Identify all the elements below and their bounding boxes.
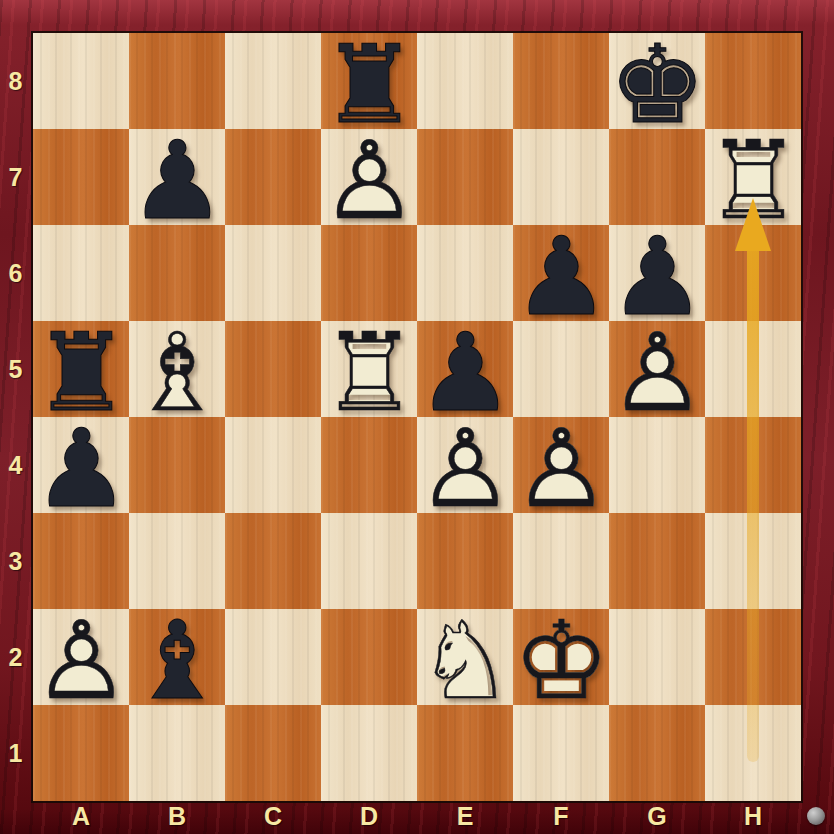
square-b5[interactable]: ♝♗ bbox=[129, 321, 225, 417]
square-b3[interactable] bbox=[129, 513, 225, 609]
rank-label-7: 7 bbox=[0, 129, 31, 225]
piece-black-pawn-b7[interactable]: ♟ bbox=[129, 129, 225, 225]
white-pawn-outline: ♙ bbox=[321, 129, 417, 225]
file-label-f: F bbox=[513, 801, 609, 832]
piece-white-bishop-b5[interactable]: ♝♗ bbox=[129, 321, 225, 417]
piece-black-pawn-f6[interactable]: ♟ bbox=[513, 225, 609, 321]
white-king-outline: ♔ bbox=[513, 609, 609, 705]
square-h7[interactable]: ♜♖ bbox=[705, 129, 801, 225]
square-c8[interactable] bbox=[225, 33, 321, 129]
black-pawn-glyph: ♟ bbox=[33, 417, 129, 513]
black-pawn-glyph: ♟ bbox=[513, 225, 609, 321]
piece-black-pawn-a4[interactable]: ♟ bbox=[33, 417, 129, 513]
piece-white-pawn-f4[interactable]: ♟♙ bbox=[513, 417, 609, 513]
rank-label-1: 1 bbox=[0, 705, 31, 801]
square-f4[interactable]: ♟♙ bbox=[513, 417, 609, 513]
square-h3[interactable] bbox=[705, 513, 801, 609]
piece-white-pawn-e4[interactable]: ♟♙ bbox=[417, 417, 513, 513]
square-d3[interactable] bbox=[321, 513, 417, 609]
white-pawn-outline: ♙ bbox=[513, 417, 609, 513]
white-bishop-outline: ♗ bbox=[129, 321, 225, 417]
square-b7[interactable]: ♟ bbox=[129, 129, 225, 225]
square-h5[interactable] bbox=[705, 321, 801, 417]
square-e5[interactable]: ♟ bbox=[417, 321, 513, 417]
piece-white-rook-h7[interactable]: ♜♖ bbox=[705, 129, 801, 225]
black-rook-glyph: ♜ bbox=[321, 33, 417, 129]
square-g5[interactable]: ♟♙ bbox=[609, 321, 705, 417]
square-h2[interactable] bbox=[705, 609, 801, 705]
square-h1[interactable] bbox=[705, 705, 801, 801]
rank-label-6: 6 bbox=[0, 225, 31, 321]
square-e4[interactable]: ♟♙ bbox=[417, 417, 513, 513]
square-f2[interactable]: ♚♔ bbox=[513, 609, 609, 705]
square-d5[interactable]: ♜♖ bbox=[321, 321, 417, 417]
piece-black-king-g8[interactable]: ♚ bbox=[609, 33, 705, 129]
square-b2[interactable]: ♝ bbox=[129, 609, 225, 705]
piece-white-pawn-d7[interactable]: ♟♙ bbox=[321, 129, 417, 225]
rank-label-2: 2 bbox=[0, 609, 31, 705]
frame-screw bbox=[807, 807, 825, 825]
file-label-e: E bbox=[417, 801, 513, 832]
square-f8[interactable] bbox=[513, 33, 609, 129]
square-d1[interactable] bbox=[321, 705, 417, 801]
black-bishop-glyph: ♝ bbox=[129, 609, 225, 705]
square-c1[interactable] bbox=[225, 705, 321, 801]
chess-board-frame: ♜♚♟♟♙♜♖♟♟♜♝♗♜♖♟♟♙♟♟♙♟♙♟♙♝♞♘♚♔ 87654321AB… bbox=[0, 0, 834, 834]
square-g3[interactable] bbox=[609, 513, 705, 609]
square-g8[interactable]: ♚ bbox=[609, 33, 705, 129]
file-label-b: B bbox=[129, 801, 225, 832]
square-a7[interactable] bbox=[33, 129, 129, 225]
square-d2[interactable] bbox=[321, 609, 417, 705]
square-c6[interactable] bbox=[225, 225, 321, 321]
white-pawn-outline: ♙ bbox=[33, 609, 129, 705]
square-e6[interactable] bbox=[417, 225, 513, 321]
file-label-a: A bbox=[33, 801, 129, 832]
piece-black-bishop-b2[interactable]: ♝ bbox=[129, 609, 225, 705]
square-d8[interactable]: ♜ bbox=[321, 33, 417, 129]
rank-label-8: 8 bbox=[0, 33, 31, 129]
square-d7[interactable]: ♟♙ bbox=[321, 129, 417, 225]
white-pawn-outline: ♙ bbox=[609, 321, 705, 417]
file-label-g: G bbox=[609, 801, 705, 832]
piece-black-pawn-e5[interactable]: ♟ bbox=[417, 321, 513, 417]
square-c3[interactable] bbox=[225, 513, 321, 609]
piece-white-king-f2[interactable]: ♚♔ bbox=[513, 609, 609, 705]
square-f7[interactable] bbox=[513, 129, 609, 225]
square-g2[interactable] bbox=[609, 609, 705, 705]
white-pawn-outline: ♙ bbox=[417, 417, 513, 513]
square-g1[interactable] bbox=[609, 705, 705, 801]
square-a4[interactable]: ♟ bbox=[33, 417, 129, 513]
file-label-h: H bbox=[705, 801, 801, 832]
square-h4[interactable] bbox=[705, 417, 801, 513]
piece-black-pawn-g6[interactable]: ♟ bbox=[609, 225, 705, 321]
file-label-d: D bbox=[321, 801, 417, 832]
rank-label-3: 3 bbox=[0, 513, 31, 609]
square-e7[interactable] bbox=[417, 129, 513, 225]
square-a6[interactable] bbox=[33, 225, 129, 321]
piece-white-rook-d5[interactable]: ♜♖ bbox=[321, 321, 417, 417]
rank-label-5: 5 bbox=[0, 321, 31, 417]
piece-black-rook-a5[interactable]: ♜ bbox=[33, 321, 129, 417]
square-c7[interactable] bbox=[225, 129, 321, 225]
piece-white-knight-e2[interactable]: ♞♘ bbox=[417, 609, 513, 705]
square-f6[interactable]: ♟ bbox=[513, 225, 609, 321]
square-b8[interactable] bbox=[129, 33, 225, 129]
piece-white-pawn-a2[interactable]: ♟♙ bbox=[33, 609, 129, 705]
black-king-glyph: ♚ bbox=[609, 33, 705, 129]
black-pawn-glyph: ♟ bbox=[417, 321, 513, 417]
piece-white-pawn-g5[interactable]: ♟♙ bbox=[609, 321, 705, 417]
square-e2[interactable]: ♞♘ bbox=[417, 609, 513, 705]
white-rook-outline: ♖ bbox=[321, 321, 417, 417]
black-pawn-glyph: ♟ bbox=[129, 129, 225, 225]
rank-label-4: 4 bbox=[0, 417, 31, 513]
file-label-c: C bbox=[225, 801, 321, 832]
square-g6[interactable]: ♟ bbox=[609, 225, 705, 321]
square-c4[interactable] bbox=[225, 417, 321, 513]
white-knight-outline: ♘ bbox=[417, 609, 513, 705]
black-pawn-glyph: ♟ bbox=[609, 225, 705, 321]
square-a8[interactable] bbox=[33, 33, 129, 129]
square-c2[interactable] bbox=[225, 609, 321, 705]
square-e8[interactable] bbox=[417, 33, 513, 129]
piece-black-rook-d8[interactable]: ♜ bbox=[321, 33, 417, 129]
square-a2[interactable]: ♟♙ bbox=[33, 609, 129, 705]
square-a5[interactable]: ♜ bbox=[33, 321, 129, 417]
square-h8[interactable] bbox=[705, 33, 801, 129]
chess-board: ♜♚♟♟♙♜♖♟♟♜♝♗♜♖♟♟♙♟♟♙♟♙♟♙♝♞♘♚♔ bbox=[33, 33, 801, 801]
black-rook-glyph: ♜ bbox=[33, 321, 129, 417]
white-rook-outline: ♖ bbox=[705, 129, 801, 225]
square-c5[interactable] bbox=[225, 321, 321, 417]
